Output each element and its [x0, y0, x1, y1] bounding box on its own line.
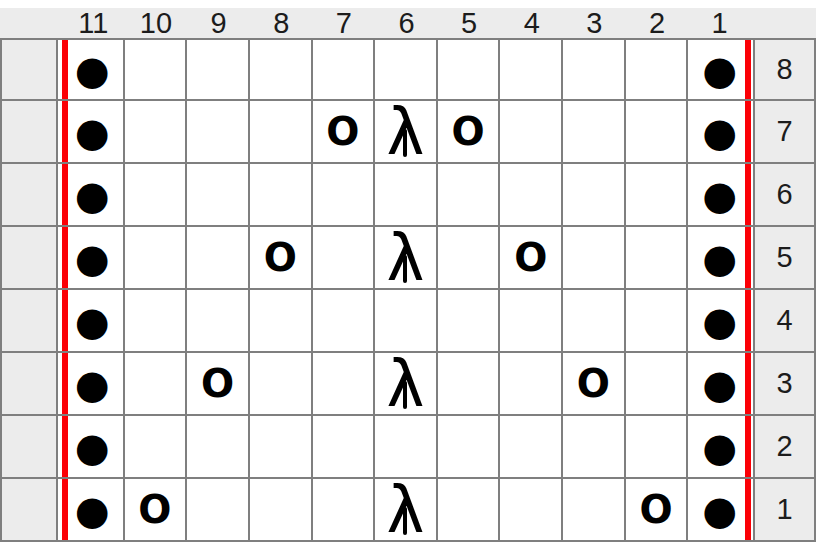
chart-cell-row4-st9: [187, 290, 250, 353]
yarn-over-symbol: O: [452, 112, 485, 151]
chart-cell-row5-st4: O: [500, 227, 563, 290]
yarn-over-symbol: O: [639, 490, 672, 529]
column-number-10: 10: [125, 8, 188, 38]
column-number-4: 4: [500, 8, 563, 38]
chart-cell-row3-st9: O: [187, 353, 250, 416]
dot-symbol: ●: [75, 175, 110, 215]
chart-cell-row7-st9: [187, 101, 250, 164]
chart-cell-row6-st3: [563, 164, 626, 227]
column-number-9: 9: [187, 8, 250, 38]
chart-cell-row2-st11: ●: [62, 416, 125, 479]
chart-cell-row5-st1: ●: [688, 227, 751, 290]
chart-cell-row3-st1: ●: [688, 353, 751, 416]
chart-cell-row2-st10: [125, 416, 188, 479]
chart-cell-row1-st5: [438, 479, 501, 542]
chart-cell-row4-st11: ●: [62, 290, 125, 353]
chart-cell-row6-st10: [125, 164, 188, 227]
dot-symbol: ●: [702, 50, 737, 90]
yarn-over-symbol: O: [577, 364, 610, 403]
chart-cell-row2-st8: [250, 416, 313, 479]
chart-cell-row4-st5: [438, 290, 501, 353]
chart-cell-row2-st7: [313, 416, 376, 479]
chart-cell-row8-st1: ●: [688, 38, 751, 101]
column-number-8: 8: [250, 8, 313, 38]
gutter-cell: [0, 290, 58, 353]
dot-symbol: ●: [75, 238, 110, 278]
dot-symbol: ●: [702, 238, 737, 278]
dot-symbol: ●: [75, 427, 110, 467]
chart-cell-row4-st7: [313, 290, 376, 353]
chart-cell-row5-st6: λ: [375, 227, 438, 290]
chart-cell-row8-st3: [563, 38, 626, 101]
chart-cell-row1-st2: O: [626, 479, 689, 542]
chart-cell-row7-st7: O: [313, 101, 376, 164]
chart-cell-row8-st9: [187, 38, 250, 101]
double-decrease-stem: [403, 381, 407, 409]
knitting-chart: 1110987654321 ●●8●OλO●7●●6●OλO●5●●4●OλO●…: [0, 0, 816, 542]
chart-cell-row1-st9: [187, 479, 250, 542]
double-decrease-stem: [403, 507, 407, 535]
dot-symbol: ●: [702, 175, 737, 215]
chart-cell-row3-st3: O: [563, 353, 626, 416]
chart-cell-row1-st3: [563, 479, 626, 542]
chart-cell-row4-st4: [500, 290, 563, 353]
gutter-cell: [0, 227, 58, 290]
chart-cell-row8-st5: [438, 38, 501, 101]
chart-cell-row6-st11: ●: [62, 164, 125, 227]
chart-cell-row7-st2: [626, 101, 689, 164]
chart-cell-row7-st5: O: [438, 101, 501, 164]
chart-cell-row6-st5: [438, 164, 501, 227]
chart-cell-row4-st3: [563, 290, 626, 353]
chart-cell-row6-st8: [250, 164, 313, 227]
chart-cell-row1-st7: [313, 479, 376, 542]
chart-cell-row3-st7: [313, 353, 376, 416]
dot-symbol: ●: [702, 490, 737, 530]
chart-cell-row1-st6: λ: [375, 479, 438, 542]
yarn-over-symbol: O: [514, 238, 547, 277]
chart-cell-row8-st2: [626, 38, 689, 101]
chart-cell-row6-st1: ●: [688, 164, 751, 227]
chart-cell-row4-st10: [125, 290, 188, 353]
chart-cell-row5-st7: [313, 227, 376, 290]
chart-cell-row8-st11: ●: [62, 38, 125, 101]
chart-cell-row3-st6: λ: [375, 353, 438, 416]
dot-symbol: ●: [75, 50, 110, 90]
gutter-cell: [0, 416, 58, 479]
chart-cell-row7-st10: [125, 101, 188, 164]
chart-cell-row3-st11: ●: [62, 353, 125, 416]
row-number-7: 7: [753, 101, 816, 164]
column-number-5: 5: [438, 8, 501, 38]
chart-grid: ●●8●OλO●7●●6●OλO●5●●4●OλO●3●●2●OλO●1: [0, 38, 816, 542]
chart-cell-row3-st10: [125, 353, 188, 416]
chart-cell-row6-st6: [375, 164, 438, 227]
dot-symbol: ●: [75, 112, 110, 152]
chart-cell-row2-st4: [500, 416, 563, 479]
chart-cell-row6-st7: [313, 164, 376, 227]
chart-cell-row3-st5: [438, 353, 501, 416]
chart-cell-row6-st9: [187, 164, 250, 227]
chart-cell-row2-st2: [626, 416, 689, 479]
yarn-over-symbol: O: [326, 112, 359, 151]
dot-symbol: ●: [75, 364, 110, 404]
dot-symbol: ●: [702, 301, 737, 341]
chart-cell-row2-st5: [438, 416, 501, 479]
knitting-chart-page: 1110987654321 ●●8●OλO●7●●6●OλO●5●●4●OλO●…: [0, 0, 816, 546]
chart-cell-row3-st8: [250, 353, 313, 416]
column-number-3: 3: [563, 8, 626, 38]
column-numbers-row: 1110987654321: [0, 8, 816, 38]
chart-cell-row7-st8: [250, 101, 313, 164]
chart-cell-row5-st11: ●: [62, 227, 125, 290]
header-label-spacer: [753, 8, 816, 38]
column-number-6: 6: [375, 8, 438, 38]
chart-cell-row2-st3: [563, 416, 626, 479]
chart-cell-row4-st1: ●: [688, 290, 751, 353]
column-number-11: 11: [62, 8, 125, 38]
row-number-2: 2: [753, 416, 816, 479]
chart-cell-row5-st8: O: [250, 227, 313, 290]
gutter-cell: [0, 101, 58, 164]
column-number-7: 7: [313, 8, 376, 38]
chart-cell-row2-st9: [187, 416, 250, 479]
chart-cell-row5-st9: [187, 227, 250, 290]
chart-cell-row8-st8: [250, 38, 313, 101]
dot-symbol: ●: [75, 301, 110, 341]
dot-symbol: ●: [702, 364, 737, 404]
chart-cell-row5-st3: [563, 227, 626, 290]
chart-cell-row4-st6: [375, 290, 438, 353]
chart-cell-row2-st6: [375, 416, 438, 479]
chart-cell-row3-st2: [626, 353, 689, 416]
row-number-4: 4: [753, 290, 816, 353]
gutter-cell: [0, 479, 58, 542]
chart-cell-row7-st4: [500, 101, 563, 164]
double-decrease-stem: [403, 255, 407, 283]
chart-cell-row6-st4: [500, 164, 563, 227]
row-number-6: 6: [753, 164, 816, 227]
yarn-over-symbol: O: [264, 238, 297, 277]
dot-symbol: ●: [702, 427, 737, 467]
dot-symbol: ●: [702, 112, 737, 152]
double-decrease-stem: [403, 129, 407, 157]
chart-cell-row1-st8: [250, 479, 313, 542]
chart-cell-row8-st10: [125, 38, 188, 101]
chart-cell-row7-st3: [563, 101, 626, 164]
row-number-8: 8: [753, 38, 816, 101]
row-number-5: 5: [753, 227, 816, 290]
chart-cell-row4-st8: [250, 290, 313, 353]
dot-symbol: ●: [75, 490, 110, 530]
row-number-1: 1: [753, 479, 816, 542]
chart-cell-row1-st10: O: [125, 479, 188, 542]
chart-cell-row7-st1: ●: [688, 101, 751, 164]
row-number-3: 3: [753, 353, 816, 416]
yarn-over-symbol: O: [138, 490, 171, 529]
chart-cell-row7-st11: ●: [62, 101, 125, 164]
chart-cell-row7-st6: λ: [375, 101, 438, 164]
gutter-cell: [0, 38, 58, 101]
column-number-2: 2: [626, 8, 689, 38]
chart-cell-row5-st10: [125, 227, 188, 290]
chart-cell-row3-st4: [500, 353, 563, 416]
chart-cell-row5-st5: [438, 227, 501, 290]
gutter-cell: [0, 164, 58, 227]
gutter-cell: [0, 353, 58, 416]
chart-cell-row6-st2: [626, 164, 689, 227]
chart-cell-row8-st7: [313, 38, 376, 101]
column-number-1: 1: [688, 8, 751, 38]
chart-cell-row4-st2: [626, 290, 689, 353]
chart-cell-row8-st4: [500, 38, 563, 101]
chart-cell-row1-st11: ●: [62, 479, 125, 542]
yarn-over-symbol: O: [201, 364, 234, 403]
chart-cell-row1-st1: ●: [688, 479, 751, 542]
chart-cell-row1-st4: [500, 479, 563, 542]
chart-cell-row5-st2: [626, 227, 689, 290]
header-gutter-spacer: [0, 8, 58, 38]
chart-cell-row8-st6: [375, 38, 438, 101]
chart-cell-row2-st1: ●: [688, 416, 751, 479]
